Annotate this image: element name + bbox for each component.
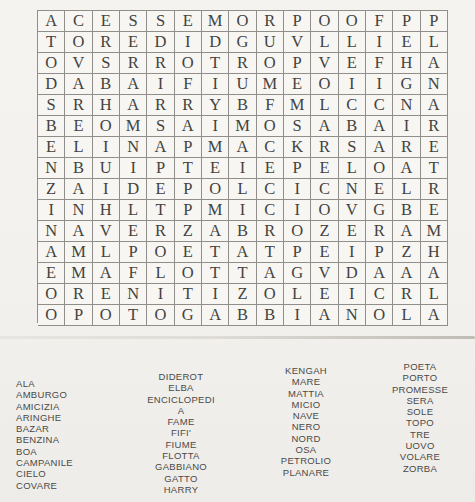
grid-cell-r10c7: M: [202, 200, 229, 221]
grid-cell-r10c10: I: [284, 200, 311, 221]
grid-cell-r7c11: R: [311, 137, 338, 158]
word-list-item: MARE: [255, 376, 357, 387]
grid-cell-r1c3: E: [93, 11, 120, 32]
grid-cell-r11c5: R: [147, 221, 174, 242]
grid-cell-r12c2: M: [65, 242, 92, 263]
word-list-item: COVARE: [16, 480, 73, 491]
grid-cell-r9c14: L: [393, 179, 420, 200]
grid-cell-r15c1: O: [38, 305, 65, 326]
grid-cell-r7c10: K: [284, 137, 311, 158]
word-list-item: A: [130, 405, 232, 416]
grid-cell-r8c3: U: [93, 158, 120, 179]
grid-cell-r11c14: A: [393, 221, 420, 242]
grid-cell-r6c9: O: [257, 116, 284, 137]
grid-cell-r3c10: P: [284, 53, 311, 74]
grid-cell-r15c2: P: [65, 305, 92, 326]
grid-cell-r15c7: A: [202, 305, 229, 326]
grid-cell-r11c2: A: [65, 221, 92, 242]
grid-cell-r2c9: U: [257, 32, 284, 53]
grid-cell-r5c11: L: [311, 95, 338, 116]
grid-cell-r2c4: E: [120, 32, 147, 53]
word-list-item: BENZINA: [16, 434, 73, 445]
word-list-item: KENGAH: [255, 365, 357, 376]
grid-cell-r15c6: G: [175, 305, 202, 326]
word-list-item: NERO: [255, 421, 357, 432]
grid-cell-r6c11: A: [311, 116, 338, 137]
grid-cell-r4c10: E: [284, 74, 311, 95]
grid-cell-r9c12: N: [339, 179, 366, 200]
grid-cell-r4c12: I: [339, 74, 366, 95]
word-list-item: AMBURGO: [16, 389, 73, 400]
word-list-item: HARRY: [130, 484, 232, 495]
grid-cell-r1c10: P: [284, 11, 311, 32]
word-list-item: SERA: [369, 395, 471, 406]
grid-cell-r12c8: A: [229, 242, 256, 263]
grid-cell-r11c10: O: [284, 221, 311, 242]
word-search-grid: ACESSEMORPOOFPPTOREDIDGUVLLIELOVSRROTROP…: [37, 10, 448, 323]
grid-cell-r7c6: P: [175, 137, 202, 158]
grid-cell-r11c12: E: [339, 221, 366, 242]
grid-cell-r8c10: P: [284, 158, 311, 179]
page-fold-line: [0, 336, 475, 339]
grid-cell-r15c5: O: [147, 305, 174, 326]
grid-cell-r6c15: R: [421, 116, 448, 137]
word-list-item: MICIO: [255, 399, 357, 410]
word-list-item: ARINGHE: [16, 412, 73, 423]
grid-cell-r7c2: L: [65, 137, 92, 158]
grid-cell-r4c1: D: [38, 74, 65, 95]
grid-cell-r11c8: B: [229, 221, 256, 242]
grid-cell-r11c1: N: [38, 221, 65, 242]
grid-cell-r10c9: C: [257, 200, 284, 221]
grid-cell-r13c4: F: [120, 263, 147, 284]
word-list-item: ALA: [16, 378, 73, 389]
grid-cell-r10c3: H: [93, 200, 120, 221]
grid-cell-r10c8: I: [229, 200, 256, 221]
grid-cell-r11c9: R: [257, 221, 284, 242]
grid-cell-r5c12: C: [339, 95, 366, 116]
grid-cell-r3c9: O: [257, 53, 284, 74]
grid-cell-r9c1: Z: [38, 179, 65, 200]
grid-cell-r12c12: I: [339, 242, 366, 263]
grid-cell-r14c11: E: [311, 284, 338, 305]
grid-cell-r1c11: O: [311, 11, 338, 32]
grid-cell-r13c8: T: [229, 263, 256, 284]
grid-cell-r12c11: E: [311, 242, 338, 263]
word-list-item: GATTO: [130, 473, 232, 484]
grid-cell-r5c8: B: [229, 95, 256, 116]
grid-cell-r2c14: E: [393, 32, 420, 53]
word-list-item: ENCICLOPEDI: [130, 394, 232, 405]
grid-cell-r9c4: D: [120, 179, 147, 200]
grid-cell-r2c11: L: [311, 32, 338, 53]
grid-cell-r6c13: A: [366, 116, 393, 137]
grid-cell-r12c14: Z: [393, 242, 420, 263]
grid-cell-r15c3: O: [93, 305, 120, 326]
word-list-item: FLOTTA: [130, 450, 232, 461]
grid-cell-r13c5: L: [147, 263, 174, 284]
word-list-item: VOLARE: [369, 451, 471, 462]
grid-cell-r1c8: O: [229, 11, 256, 32]
word-list-item: FIFI': [130, 427, 232, 438]
grid-cell-r7c15: E: [421, 137, 448, 158]
grid-cell-r1c7: M: [202, 11, 229, 32]
grid-cell-r7c14: R: [393, 137, 420, 158]
grid-cell-r10c2: N: [65, 200, 92, 221]
grid-cell-r15c9: B: [257, 305, 284, 326]
grid-cell-r12c9: T: [257, 242, 284, 263]
grid-cell-r11c13: R: [366, 221, 393, 242]
grid-cell-r14c1: O: [38, 284, 65, 305]
word-list-item: OSA: [255, 444, 357, 455]
grid-cell-r2c10: V: [284, 32, 311, 53]
grid-cell-r1c15: P: [421, 11, 448, 32]
grid-cell-r15c11: A: [311, 305, 338, 326]
grid-cell-r5c3: H: [93, 95, 120, 116]
grid-cell-r14c13: C: [366, 284, 393, 305]
grid-cell-r6c8: M: [229, 116, 256, 137]
grid-cell-r4c3: B: [93, 74, 120, 95]
grid-cell-r12c6: E: [175, 242, 202, 263]
grid-cell-r14c15: L: [421, 284, 448, 305]
grid-cell-r5c4: A: [120, 95, 147, 116]
grid-cell-r2c3: R: [93, 32, 120, 53]
grid-cell-r5c6: R: [175, 95, 202, 116]
grid-cell-r9c13: E: [366, 179, 393, 200]
grid-cell-r9c15: R: [421, 179, 448, 200]
grid-cell-r8c2: B: [65, 158, 92, 179]
grid-cell-r12c7: T: [202, 242, 229, 263]
grid-cell-r7c1: E: [38, 137, 65, 158]
grid-cell-r14c7: I: [202, 284, 229, 305]
grid-cell-r5c15: A: [421, 95, 448, 116]
grid-cell-r8c12: L: [339, 158, 366, 179]
grid-cell-r3c6: O: [175, 53, 202, 74]
grid-cell-r6c7: I: [202, 116, 229, 137]
grid-cell-r4c13: I: [366, 74, 393, 95]
grid-cell-r12c10: P: [284, 242, 311, 263]
grid-cell-r12c1: A: [38, 242, 65, 263]
grid-cell-r3c1: O: [38, 53, 65, 74]
grid-cell-r6c6: A: [175, 116, 202, 137]
grid-cell-r5c10: M: [284, 95, 311, 116]
grid-cell-r12c13: P: [366, 242, 393, 263]
grid-cell-r8c14: A: [393, 158, 420, 179]
grid-cell-r4c11: O: [311, 74, 338, 95]
word-list-item: PORTO: [369, 372, 471, 383]
grid-cell-r4c6: F: [175, 74, 202, 95]
grid-cell-r10c12: V: [339, 200, 366, 221]
grid-cell-r14c2: R: [65, 284, 92, 305]
grid-cell-r7c12: S: [339, 137, 366, 158]
grid-cell-r6c12: B: [339, 116, 366, 137]
grid-cell-r4c2: A: [65, 74, 92, 95]
word-list-item: FIUME: [130, 439, 232, 450]
grid-cell-r6c4: M: [120, 116, 147, 137]
grid-cell-r13c12: D: [339, 263, 366, 284]
grid-cell-r4c9: M: [257, 74, 284, 95]
word-list-item: MATTIA: [255, 388, 357, 399]
grid-cell-r9c6: P: [175, 179, 202, 200]
grid-cell-r12c4: P: [120, 242, 147, 263]
grid-cell-r8c15: T: [421, 158, 448, 179]
grid-cell-r1c1: A: [38, 11, 65, 32]
word-list-item: BOA: [16, 446, 73, 457]
word-list-item: TOPO: [369, 417, 471, 428]
grid-cell-r5c14: N: [393, 95, 420, 116]
grid-cell-r13c7: T: [202, 263, 229, 284]
grid-cell-r6c3: O: [93, 116, 120, 137]
word-list-column-3: KENGAHMAREMATTIAMICIONAVENERONORDOSAPETR…: [255, 365, 357, 478]
grid-cell-r15c4: T: [120, 305, 147, 326]
grid-cell-r5c5: R: [147, 95, 174, 116]
grid-cell-r5c9: F: [257, 95, 284, 116]
grid-cell-r11c3: V: [93, 221, 120, 242]
grid-cell-r2c1: T: [38, 32, 65, 53]
grid-cell-r8c8: I: [229, 158, 256, 179]
grid-cell-r11c7: A: [202, 221, 229, 242]
grid-cell-r2c12: L: [339, 32, 366, 53]
grid-cell-r3c2: V: [65, 53, 92, 74]
grid-cell-r15c14: L: [393, 305, 420, 326]
grid-cell-r6c14: I: [393, 116, 420, 137]
grid-cell-r7c13: A: [366, 137, 393, 158]
grid-cell-r9c9: C: [257, 179, 284, 200]
grid-cell-r9c5: E: [147, 179, 174, 200]
grid-cell-r14c6: T: [175, 284, 202, 305]
grid-cell-r3c4: R: [120, 53, 147, 74]
word-list-item: TRE: [369, 429, 471, 440]
grid-cell-r7c4: N: [120, 137, 147, 158]
grid-cell-r14c12: I: [339, 284, 366, 305]
grid-cell-r13c3: A: [93, 263, 120, 284]
word-list-column-2: DIDEROTELBAENCICLOPEDIAFAMEFIFI'FIUMEFLO…: [130, 371, 232, 495]
grid-cell-r13c13: A: [366, 263, 393, 284]
grid-cell-r10c5: T: [147, 200, 174, 221]
word-list-item: NORD: [255, 433, 357, 444]
word-list-item: FAME: [130, 416, 232, 427]
grid-cell-r15c12: N: [339, 305, 366, 326]
grid-cell-r11c11: Z: [311, 221, 338, 242]
word-list-item: PROMESSE: [369, 384, 471, 395]
grid-cell-r2c6: I: [175, 32, 202, 53]
grid-cell-r7c5: A: [147, 137, 174, 158]
grid-cell-r15c13: O: [366, 305, 393, 326]
grid-cell-r14c5: I: [147, 284, 174, 305]
word-list-column-4: POETAPORTOPROMESSESERASOLETOPOTREUOVOVOL…: [369, 361, 471, 474]
word-list-item: CAMPANILE: [16, 457, 73, 468]
grid-cell-r10c13: G: [366, 200, 393, 221]
grid-cell-r11c15: M: [421, 221, 448, 242]
grid-cell-r5c2: R: [65, 95, 92, 116]
grid-cell-r13c14: A: [393, 263, 420, 284]
grid-cell-r9c2: A: [65, 179, 92, 200]
grid-cell-r6c1: B: [38, 116, 65, 137]
word-list-item: DIDEROT: [130, 371, 232, 382]
grid-cell-r12c15: H: [421, 242, 448, 263]
grid-cell-r8c7: E: [202, 158, 229, 179]
grid-cell-r9c8: L: [229, 179, 256, 200]
grid-cell-r15c10: I: [284, 305, 311, 326]
grid-cell-r10c6: P: [175, 200, 202, 221]
grid-cell-r4c14: G: [393, 74, 420, 95]
grid-cell-r13c2: M: [65, 263, 92, 284]
word-list-item: NAVE: [255, 410, 357, 421]
grid-cell-r1c12: O: [339, 11, 366, 32]
word-list-item: PETROLIO: [255, 455, 357, 466]
word-list-item: SOLE: [369, 406, 471, 417]
grid-cell-r13c15: A: [421, 263, 448, 284]
grid-cell-r2c8: G: [229, 32, 256, 53]
grid-cell-r10c11: O: [311, 200, 338, 221]
grid-cell-r6c5: S: [147, 116, 174, 137]
grid-cell-r3c15: A: [421, 53, 448, 74]
grid-cell-r4c5: I: [147, 74, 174, 95]
word-list-item: BAZAR: [16, 423, 73, 434]
grid-cell-r1c5: S: [147, 11, 174, 32]
grid-cell-r6c10: S: [284, 116, 311, 137]
grid-cell-r10c15: E: [421, 200, 448, 221]
grid-cell-r7c8: A: [229, 137, 256, 158]
grid-cell-r1c9: R: [257, 11, 284, 32]
grid-cell-r3c3: S: [93, 53, 120, 74]
word-list-item: PLANARE: [255, 467, 357, 478]
grid-cell-r4c15: N: [421, 74, 448, 95]
grid-cell-r2c7: D: [202, 32, 229, 53]
grid-cell-r7c9: C: [257, 137, 284, 158]
grid-cell-r4c8: U: [229, 74, 256, 95]
grid-cell-r2c2: O: [65, 32, 92, 53]
grid-cell-r11c6: Z: [175, 221, 202, 242]
grid-cell-r8c13: O: [366, 158, 393, 179]
grid-cell-r15c15: A: [421, 305, 448, 326]
grid-cell-r12c3: L: [93, 242, 120, 263]
grid-cell-r2c5: D: [147, 32, 174, 53]
word-list-column-1: ALAAMBURGOAMICIZIAARINGHEBAZARBENZINABOA…: [16, 378, 73, 491]
grid-cell-r10c1: I: [38, 200, 65, 221]
grid-cell-r5c1: S: [38, 95, 65, 116]
grid-cell-r1c13: F: [366, 11, 393, 32]
grid-cell-r8c5: P: [147, 158, 174, 179]
grid-cell-r6c2: E: [65, 116, 92, 137]
grid-cell-r10c4: L: [120, 200, 147, 221]
grid-cell-r8c11: E: [311, 158, 338, 179]
grid-cell-r8c9: E: [257, 158, 284, 179]
grid-cell-r3c13: F: [366, 53, 393, 74]
word-list-item: AMICIZIA: [16, 401, 73, 412]
word-list-item: POETA: [369, 361, 471, 372]
grid-cell-r14c9: O: [257, 284, 284, 305]
grid-cell-r14c3: E: [93, 284, 120, 305]
grid-cell-r2c15: L: [421, 32, 448, 53]
grid-cell-r10c14: B: [393, 200, 420, 221]
grid-cell-r9c10: I: [284, 179, 311, 200]
word-list-item: GABBIANO: [130, 461, 232, 472]
grid-cell-r12c5: O: [147, 242, 174, 263]
grid-cell-r9c11: C: [311, 179, 338, 200]
grid-cell-r3c11: V: [311, 53, 338, 74]
grid-cell-r13c10: G: [284, 263, 311, 284]
grid-cell-r13c1: E: [38, 263, 65, 284]
grid-cell-r3c5: R: [147, 53, 174, 74]
word-list-item: ZORBA: [369, 463, 471, 474]
grid-cell-r1c14: P: [393, 11, 420, 32]
grid-cell-r8c6: T: [175, 158, 202, 179]
word-list-item: UOVO: [369, 440, 471, 451]
grid-cell-r3c7: T: [202, 53, 229, 74]
grid-cell-r14c14: R: [393, 284, 420, 305]
grid-cell-r8c1: N: [38, 158, 65, 179]
grid-cell-r15c8: B: [229, 305, 256, 326]
grid-cell-r5c13: C: [366, 95, 393, 116]
grid-cell-r5c7: Y: [202, 95, 229, 116]
grid-cell-r8c4: I: [120, 158, 147, 179]
grid-cell-r4c4: A: [120, 74, 147, 95]
grid-cell-r1c4: S: [120, 11, 147, 32]
grid-cell-r11c4: E: [120, 221, 147, 242]
grid-cell-r3c12: E: [339, 53, 366, 74]
grid-cell-r7c7: M: [202, 137, 229, 158]
grid-cell-r4c7: I: [202, 74, 229, 95]
grid-cell-r9c7: O: [202, 179, 229, 200]
grid-cell-r3c8: R: [229, 53, 256, 74]
grid-cell-r1c6: E: [175, 11, 202, 32]
grid-cell-r13c11: V: [311, 263, 338, 284]
grid-cell-r1c2: C: [65, 11, 92, 32]
word-list-item: CIELO: [16, 468, 73, 479]
grid-cell-r14c4: N: [120, 284, 147, 305]
grid-cell-r3c14: H: [393, 53, 420, 74]
grid-cell-r9c3: I: [93, 179, 120, 200]
grid-cell-r13c9: A: [257, 263, 284, 284]
grid-cell-r14c8: Z: [229, 284, 256, 305]
grid-cell-r14c10: L: [284, 284, 311, 305]
grid-cell-r13c6: O: [175, 263, 202, 284]
grid-cell-r7c3: I: [93, 137, 120, 158]
word-list-item: ELBA: [130, 382, 232, 393]
grid-cell-r2c13: I: [366, 32, 393, 53]
